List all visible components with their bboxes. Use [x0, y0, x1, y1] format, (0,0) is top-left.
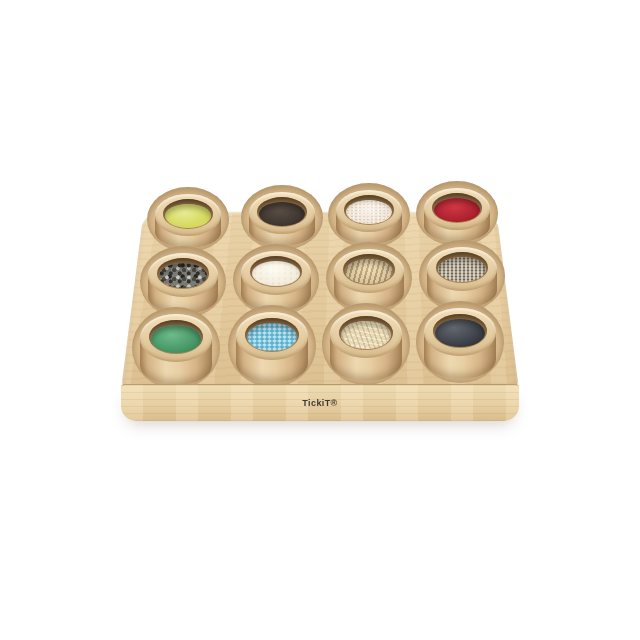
- cup-blue-textured: [236, 312, 308, 383]
- cup-hole: [343, 254, 395, 285]
- material-white-sand: [346, 200, 392, 224]
- cup-hole: [245, 318, 299, 352]
- cup-rim: [424, 308, 496, 356]
- material-natural-raffia: [341, 321, 391, 349]
- cup-hole: [157, 258, 209, 289]
- material-dark-felt: [259, 202, 305, 226]
- cup-ridged-wood: [334, 249, 404, 310]
- cup-rim: [148, 253, 218, 297]
- material-green-smooth: [151, 325, 201, 353]
- material-red-felt: [434, 198, 480, 222]
- brand-label: TickiT®: [121, 398, 519, 408]
- cup-hole: [436, 252, 488, 283]
- material-ridged-wood: [345, 259, 393, 284]
- cup-metal-mesh: [427, 247, 497, 308]
- cup-yellow-felt: [155, 194, 221, 248]
- cup-hole: [344, 195, 394, 225]
- material-dark-rubber: [435, 319, 485, 347]
- board-front-face: TickiT®: [121, 384, 519, 421]
- product-photo-canvas: TickiT®: [0, 0, 640, 640]
- cup-white-fleece: [241, 251, 311, 312]
- material-white-fleece: [252, 261, 300, 286]
- material-grey-gravel: [159, 263, 207, 288]
- cup-hole: [149, 320, 203, 354]
- cup-rim: [330, 310, 402, 358]
- material-metal-mesh: [438, 257, 486, 282]
- sensory-board: TickiT®: [0, 0, 640, 640]
- cup-natural-raffia: [330, 310, 402, 381]
- cup-green-smooth: [140, 314, 212, 385]
- cup-hole: [339, 316, 393, 350]
- cup-rim: [424, 188, 490, 230]
- cup-rim: [155, 194, 221, 236]
- cup-hole: [250, 256, 302, 287]
- cup-rim: [334, 249, 404, 293]
- cup-rim: [241, 251, 311, 295]
- cup-red-felt: [424, 188, 490, 242]
- cup-grey-gravel: [148, 253, 218, 314]
- cup-rim: [236, 312, 308, 360]
- cup-rim: [427, 247, 497, 291]
- cup-rim: [140, 314, 212, 362]
- cup-dark-rubber: [424, 308, 496, 379]
- cup-rim: [249, 192, 315, 234]
- cup-hole: [432, 193, 482, 223]
- cup-hole: [163, 199, 213, 229]
- cup-hole: [257, 197, 307, 227]
- material-yellow-felt: [165, 204, 211, 228]
- cup-rim: [336, 190, 402, 232]
- cup-dark-felt: [249, 192, 315, 246]
- cup-hole: [433, 314, 487, 348]
- material-blue-textured: [247, 323, 297, 351]
- cup-white-sand: [336, 190, 402, 244]
